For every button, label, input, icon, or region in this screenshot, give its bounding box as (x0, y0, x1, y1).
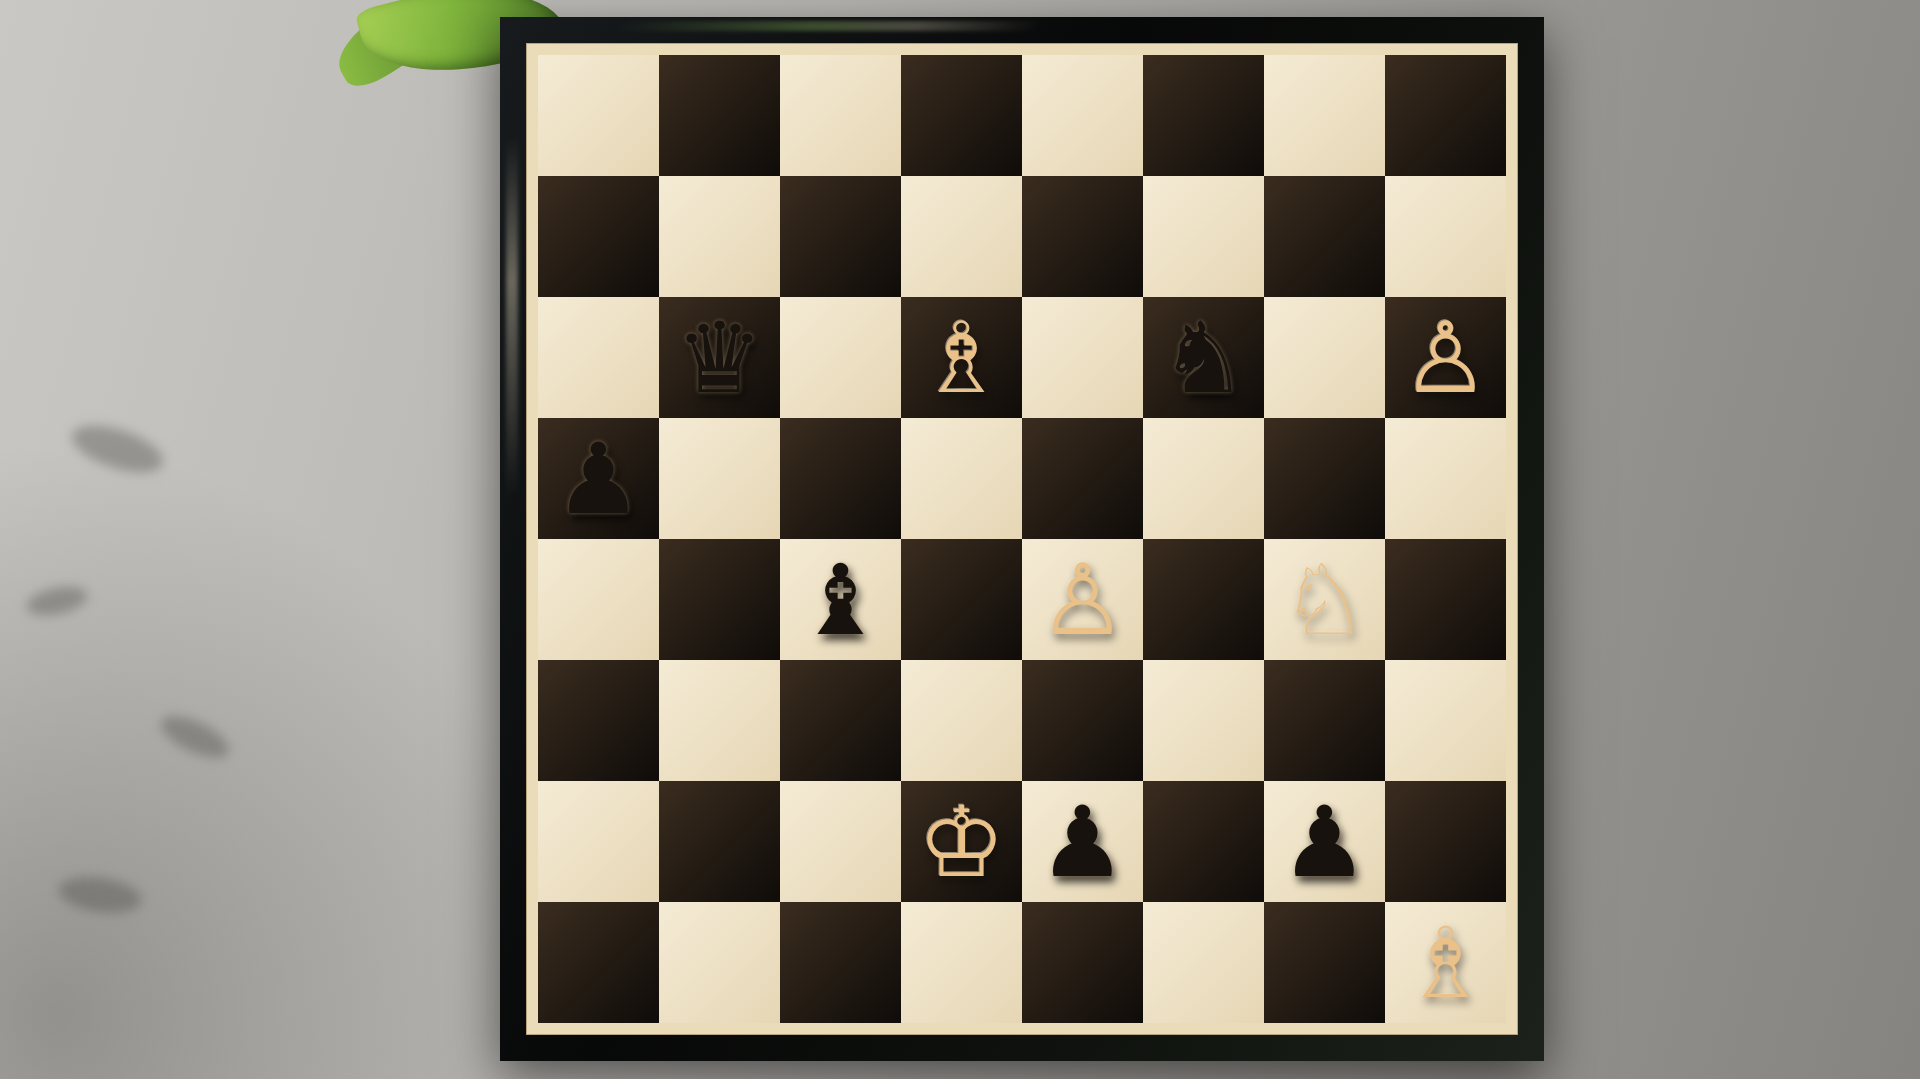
square-e1 (1022, 902, 1143, 1023)
square-c3 (780, 660, 901, 781)
square-d1 (901, 902, 1022, 1023)
square-b3 (659, 660, 780, 781)
square-g8 (1264, 55, 1385, 176)
square-b4 (659, 539, 780, 660)
square-e8 (1022, 55, 1143, 176)
square-d8 (901, 55, 1022, 176)
board-maple-margin: ♛♗♞♙♟♝♙♘♔♟♟♗ (526, 43, 1518, 1035)
square-d7 (901, 176, 1022, 297)
square-d6: ♗ (901, 297, 1022, 418)
square-h7 (1385, 176, 1506, 297)
square-f6: ♞ (1143, 297, 1264, 418)
square-e3 (1022, 660, 1143, 781)
piece-black-pawn: ♟ (555, 430, 643, 528)
square-a8 (538, 55, 659, 176)
square-g1 (1264, 902, 1385, 1023)
piece-black-knight: ♞ (1160, 309, 1248, 407)
square-g2: ♟ (1264, 781, 1385, 902)
square-c5 (780, 418, 901, 539)
square-h5 (1385, 418, 1506, 539)
square-d2: ♔ (901, 781, 1022, 902)
square-a3 (538, 660, 659, 781)
square-c2 (780, 781, 901, 902)
square-b7 (659, 176, 780, 297)
piece-black-bishop: ♝ (797, 551, 885, 649)
piece-white-knight: ♘ (1281, 551, 1369, 649)
square-b6: ♛ (659, 297, 780, 418)
square-d3 (901, 660, 1022, 781)
square-a4 (538, 539, 659, 660)
square-a7 (538, 176, 659, 297)
square-b2 (659, 781, 780, 902)
square-g4: ♘ (1264, 539, 1385, 660)
piece-black-queen: ♛ (676, 309, 764, 407)
square-g6 (1264, 297, 1385, 418)
square-e4: ♙ (1022, 539, 1143, 660)
square-b8 (659, 55, 780, 176)
square-e5 (1022, 418, 1143, 539)
square-f1 (1143, 902, 1264, 1023)
square-f3 (1143, 660, 1264, 781)
square-f2 (1143, 781, 1264, 902)
square-h3 (1385, 660, 1506, 781)
piece-black-pawn: ♟ (1039, 793, 1127, 891)
square-h1: ♗ (1385, 902, 1506, 1023)
square-d4 (901, 539, 1022, 660)
piece-white-pawn: ♙ (1402, 309, 1490, 407)
square-a6 (538, 297, 659, 418)
square-h2 (1385, 781, 1506, 902)
square-g5 (1264, 418, 1385, 539)
square-f8 (1143, 55, 1264, 176)
square-b5 (659, 418, 780, 539)
square-c6 (780, 297, 901, 418)
square-h6: ♙ (1385, 297, 1506, 418)
square-a5: ♟ (538, 418, 659, 539)
square-h8 (1385, 55, 1506, 176)
piece-white-bishop: ♗ (918, 309, 1006, 407)
square-f7 (1143, 176, 1264, 297)
piece-white-king: ♔ (918, 793, 1006, 891)
square-e6 (1022, 297, 1143, 418)
square-c4: ♝ (780, 539, 901, 660)
square-f5 (1143, 418, 1264, 539)
square-c1 (780, 902, 901, 1023)
photo-scene: ♛♗♞♙♟♝♙♘♔♟♟♗ (0, 0, 1920, 1079)
square-c7 (780, 176, 901, 297)
chessboard: ♛♗♞♙♟♝♙♘♔♟♟♗ (538, 55, 1506, 1023)
piece-white-bishop: ♗ (1402, 914, 1490, 1012)
square-h4 (1385, 539, 1506, 660)
square-c8 (780, 55, 901, 176)
square-a2 (538, 781, 659, 902)
wall-shadow (0, 439, 560, 1079)
chessboard-frame: ♛♗♞♙♟♝♙♘♔♟♟♗ (500, 17, 1544, 1061)
square-a1 (538, 902, 659, 1023)
square-d5 (901, 418, 1022, 539)
square-b1 (659, 902, 780, 1023)
piece-white-pawn: ♙ (1039, 551, 1127, 649)
square-e7 (1022, 176, 1143, 297)
square-g3 (1264, 660, 1385, 781)
square-e2: ♟ (1022, 781, 1143, 902)
frame-reflection (617, 21, 1043, 31)
piece-black-pawn: ♟ (1281, 793, 1369, 891)
frame-reflection (506, 135, 518, 499)
square-f4 (1143, 539, 1264, 660)
square-g7 (1264, 176, 1385, 297)
